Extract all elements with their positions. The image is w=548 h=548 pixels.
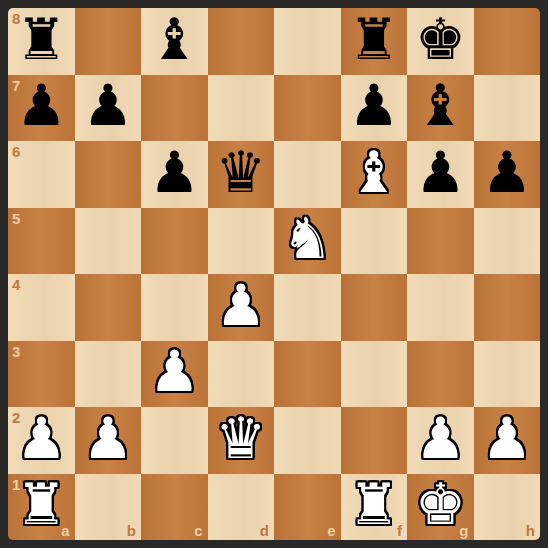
square-c2[interactable] <box>141 407 208 474</box>
white-king-g1[interactable]: ♚ <box>415 476 466 533</box>
square-f1[interactable]: f♜ <box>341 474 408 541</box>
square-f4[interactable] <box>341 274 408 341</box>
square-h7[interactable] <box>474 75 541 142</box>
square-f8[interactable]: ♜ <box>341 8 408 75</box>
rank-label-3: 3 <box>12 344 20 359</box>
white-bishop-f6[interactable]: ♝ <box>348 144 399 201</box>
black-bishop-g7[interactable]: ♝ <box>415 77 466 134</box>
square-e5[interactable]: ♞ <box>274 208 341 275</box>
file-label-c: c <box>194 523 202 538</box>
white-queen-d2[interactable]: ♛ <box>215 410 266 467</box>
square-c1[interactable]: c <box>141 474 208 541</box>
square-e3[interactable] <box>274 341 341 408</box>
white-pawn-c3[interactable]: ♟ <box>149 343 200 400</box>
rank-label-4: 4 <box>12 277 20 292</box>
square-b4[interactable] <box>75 274 142 341</box>
square-h8[interactable] <box>474 8 541 75</box>
square-g3[interactable] <box>407 341 474 408</box>
square-e8[interactable] <box>274 8 341 75</box>
file-label-d: d <box>260 523 269 538</box>
square-a2[interactable]: 2♟ <box>8 407 75 474</box>
square-c3[interactable]: ♟ <box>141 341 208 408</box>
black-bishop-c8[interactable]: ♝ <box>149 11 200 68</box>
square-c8[interactable]: ♝ <box>141 8 208 75</box>
square-e1[interactable]: e <box>274 474 341 541</box>
square-c4[interactable] <box>141 274 208 341</box>
square-g4[interactable] <box>407 274 474 341</box>
square-f7[interactable]: ♟ <box>341 75 408 142</box>
white-rook-a1[interactable]: ♜ <box>16 476 67 533</box>
square-f2[interactable] <box>341 407 408 474</box>
square-g1[interactable]: g♚ <box>407 474 474 541</box>
white-pawn-h2[interactable]: ♟ <box>481 410 532 467</box>
square-b1[interactable]: b <box>75 474 142 541</box>
file-label-e: e <box>327 523 335 538</box>
square-d2[interactable]: ♛ <box>208 407 275 474</box>
square-a1[interactable]: 1a♜ <box>8 474 75 541</box>
black-pawn-g6[interactable]: ♟ <box>415 144 466 201</box>
white-pawn-d4[interactable]: ♟ <box>215 277 266 334</box>
square-b7[interactable]: ♟ <box>75 75 142 142</box>
square-g2[interactable]: ♟ <box>407 407 474 474</box>
white-pawn-a2[interactable]: ♟ <box>16 410 67 467</box>
square-d5[interactable] <box>208 208 275 275</box>
square-a8[interactable]: 8♜ <box>8 8 75 75</box>
square-d6[interactable]: ♛ <box>208 141 275 208</box>
board-frame: 8♜♝♜♚7♟♟♟♝6♟♛♝♟♟5♞4♟3♟2♟♟♛♟♟1a♜bcdef♜g♚h <box>0 0 548 548</box>
black-pawn-f7[interactable]: ♟ <box>348 77 399 134</box>
square-c6[interactable]: ♟ <box>141 141 208 208</box>
square-g8[interactable]: ♚ <box>407 8 474 75</box>
square-d7[interactable] <box>208 75 275 142</box>
square-h6[interactable]: ♟ <box>474 141 541 208</box>
rank-label-5: 5 <box>12 211 20 226</box>
square-d3[interactable] <box>208 341 275 408</box>
square-h4[interactable] <box>474 274 541 341</box>
square-a6[interactable]: 6 <box>8 141 75 208</box>
black-pawn-a7[interactable]: ♟ <box>16 77 67 134</box>
black-pawn-h6[interactable]: ♟ <box>481 144 532 201</box>
chess-board: 8♜♝♜♚7♟♟♟♝6♟♛♝♟♟5♞4♟3♟2♟♟♛♟♟1a♜bcdef♜g♚h <box>8 8 540 540</box>
square-b2[interactable]: ♟ <box>75 407 142 474</box>
square-e2[interactable] <box>274 407 341 474</box>
black-rook-f8[interactable]: ♜ <box>348 11 399 68</box>
black-king-g8[interactable]: ♚ <box>415 11 466 68</box>
square-h1[interactable]: h <box>474 474 541 541</box>
white-rook-f1[interactable]: ♜ <box>348 476 399 533</box>
square-h3[interactable] <box>474 341 541 408</box>
square-e7[interactable] <box>274 75 341 142</box>
black-pawn-b7[interactable]: ♟ <box>82 77 133 134</box>
square-g5[interactable] <box>407 208 474 275</box>
white-pawn-g2[interactable]: ♟ <box>415 410 466 467</box>
square-b3[interactable] <box>75 341 142 408</box>
square-d1[interactable]: d <box>208 474 275 541</box>
square-e4[interactable] <box>274 274 341 341</box>
square-f6[interactable]: ♝ <box>341 141 408 208</box>
square-b5[interactable] <box>75 208 142 275</box>
file-label-b: b <box>127 523 136 538</box>
square-d8[interactable] <box>208 8 275 75</box>
white-pawn-b2[interactable]: ♟ <box>82 410 133 467</box>
square-a4[interactable]: 4 <box>8 274 75 341</box>
square-a3[interactable]: 3 <box>8 341 75 408</box>
square-e6[interactable] <box>274 141 341 208</box>
black-rook-a8[interactable]: ♜ <box>16 11 67 68</box>
square-a5[interactable]: 5 <box>8 208 75 275</box>
rank-label-6: 6 <box>12 144 20 159</box>
square-d4[interactable]: ♟ <box>208 274 275 341</box>
square-h2[interactable]: ♟ <box>474 407 541 474</box>
square-g6[interactable]: ♟ <box>407 141 474 208</box>
square-c7[interactable] <box>141 75 208 142</box>
square-c5[interactable] <box>141 208 208 275</box>
square-f3[interactable] <box>341 341 408 408</box>
square-h5[interactable] <box>474 208 541 275</box>
file-label-h: h <box>526 523 535 538</box>
square-f5[interactable] <box>341 208 408 275</box>
square-b6[interactable] <box>75 141 142 208</box>
square-b8[interactable] <box>75 8 142 75</box>
black-pawn-c6[interactable]: ♟ <box>149 144 200 201</box>
black-queen-d6[interactable]: ♛ <box>215 144 266 201</box>
square-a7[interactable]: 7♟ <box>8 75 75 142</box>
white-knight-e5[interactable]: ♞ <box>282 210 333 267</box>
square-g7[interactable]: ♝ <box>407 75 474 142</box>
